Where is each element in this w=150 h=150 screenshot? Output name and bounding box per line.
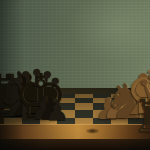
board-square [93, 103, 111, 110]
board-square [93, 110, 111, 118]
wood-knot [85, 128, 100, 134]
board-square [128, 110, 146, 118]
table-shadow [0, 139, 150, 150]
board-square [4, 110, 22, 118]
board-square [75, 103, 93, 110]
board-square [4, 103, 22, 110]
board-square [128, 103, 146, 110]
board-square [22, 103, 40, 110]
board-square [40, 110, 58, 118]
board-square [22, 110, 40, 118]
board-square [75, 110, 93, 118]
board-square [57, 110, 75, 118]
chess-photo-scene: ♜♞♝♛♚♟♟♟♟♟♞♝♚♛♜♝ [0, 0, 150, 150]
board-square [111, 110, 129, 118]
board-square [57, 103, 75, 110]
board-square [111, 103, 129, 110]
board-square [40, 103, 58, 110]
